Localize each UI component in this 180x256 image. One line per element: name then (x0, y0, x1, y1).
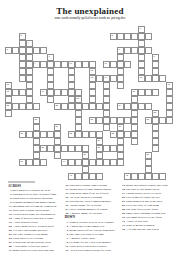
grid-cell[interactable] (96, 131, 103, 138)
grid-cell[interactable] (138, 40, 145, 47)
grid-cell[interactable] (40, 61, 47, 68)
grid-cell[interactable] (26, 82, 33, 89)
grid-blank (89, 138, 96, 145)
grid-cell[interactable] (152, 89, 159, 96)
grid-cell[interactable] (152, 131, 159, 138)
grid-cell[interactable]: 12 (89, 68, 96, 75)
grid-cell[interactable]: 37 (82, 152, 89, 159)
grid-cell[interactable] (47, 61, 54, 68)
grid-blank (82, 110, 89, 117)
grid-blank (124, 40, 131, 47)
grid-cell[interactable] (40, 159, 47, 166)
grid-cell[interactable] (159, 173, 166, 180)
grid-cell[interactable] (12, 103, 19, 110)
grid-cell[interactable] (96, 103, 103, 110)
grid-cell[interactable]: 38 (145, 152, 152, 159)
grid-cell[interactable] (131, 96, 138, 103)
grid-blank (124, 145, 131, 152)
grid-cell[interactable] (89, 103, 96, 110)
grid-blank (138, 110, 145, 117)
grid-blank (5, 166, 12, 173)
cell-number: 33 (112, 132, 114, 134)
grid-cell[interactable] (124, 117, 131, 124)
grid-cell[interactable] (152, 138, 159, 145)
grid-cell[interactable] (47, 96, 54, 103)
grid-cell[interactable] (117, 54, 124, 61)
grid-cell[interactable] (54, 61, 61, 68)
grid-cell[interactable]: 31 (19, 131, 26, 138)
grid-cell[interactable] (124, 131, 131, 138)
grid-cell[interactable]: 28 (145, 117, 152, 124)
grid-cell[interactable] (75, 124, 82, 131)
grid-cell[interactable] (82, 145, 89, 152)
grid-cell[interactable] (47, 131, 54, 138)
grid-cell[interactable] (89, 159, 96, 166)
grid-blank (40, 152, 47, 159)
grid-blank (12, 61, 19, 68)
grid-cell[interactable]: 13 (89, 75, 96, 82)
grid-cell[interactable] (47, 75, 54, 82)
grid-cell[interactable] (159, 75, 166, 82)
grid-cell[interactable] (26, 159, 33, 166)
grid-cell[interactable] (145, 159, 152, 166)
grid-cell[interactable] (159, 117, 166, 124)
grid-blank (159, 61, 166, 68)
clue-text: A ghostly image of a person (69, 212, 115, 216)
grid-blank (89, 110, 96, 117)
grid-blank (40, 68, 47, 75)
grid-cell[interactable]: 40 (61, 159, 68, 166)
grid-cell[interactable] (33, 145, 40, 152)
grid-cell[interactable] (75, 61, 82, 68)
grid-blank (12, 75, 19, 82)
grid-cell[interactable]: 6 (117, 47, 124, 54)
grid-cell[interactable] (117, 82, 124, 89)
grid-cell[interactable]: 24 (117, 103, 124, 110)
grid-cell[interactable] (40, 47, 47, 54)
grid-cell[interactable]: 18 (5, 89, 12, 96)
grid-cell[interactable] (68, 145, 75, 152)
grid-cell[interactable] (103, 145, 110, 152)
grid-cell[interactable] (26, 68, 33, 75)
grid-blank (61, 124, 68, 131)
grid-cell[interactable] (75, 103, 82, 110)
grid-cell[interactable] (40, 131, 47, 138)
grid-blank (47, 47, 54, 54)
grid-cell[interactable] (131, 131, 138, 138)
grid-cell[interactable] (145, 89, 152, 96)
grid-cell[interactable] (145, 47, 152, 54)
grid-blank (138, 131, 145, 138)
grid-cell[interactable] (138, 47, 145, 54)
grid-cell[interactable] (96, 75, 103, 82)
grid-blank (33, 26, 40, 33)
grid-cell[interactable] (138, 68, 145, 75)
grid-blank (152, 103, 159, 110)
grid-cell[interactable] (117, 152, 124, 159)
grid-cell[interactable] (145, 166, 152, 173)
grid-blank (47, 110, 54, 117)
grid-blank (12, 166, 19, 173)
grid-cell[interactable] (152, 173, 159, 180)
grid-cell[interactable] (19, 40, 26, 47)
grid-blank (131, 26, 138, 33)
grid-blank (82, 33, 89, 40)
grid-cell[interactable] (47, 68, 54, 75)
grid-cell[interactable] (131, 103, 138, 110)
grid-cell[interactable] (68, 82, 75, 89)
grid-cell[interactable] (33, 124, 40, 131)
grid-blank (166, 152, 173, 159)
grid-cell[interactable] (89, 96, 96, 103)
grid-blank (103, 54, 110, 61)
grid-cell[interactable]: 30 (117, 124, 124, 131)
grid-blank (33, 54, 40, 61)
grid-cell[interactable] (82, 103, 89, 110)
grid-cell[interactable] (103, 89, 110, 96)
grid-cell[interactable]: 36 (96, 145, 103, 152)
grid-blank (166, 145, 173, 152)
grid-cell[interactable] (166, 89, 173, 96)
grid-cell[interactable] (75, 89, 82, 96)
grid-cell[interactable]: 19 (40, 89, 47, 96)
grid-cell[interactable] (117, 68, 124, 75)
grid-cell[interactable] (12, 47, 19, 54)
grid-cell[interactable] (103, 103, 110, 110)
grid-blank (47, 33, 54, 40)
cell-number: 42 (126, 174, 128, 176)
grid-cell[interactable]: 25 (152, 110, 159, 117)
grid-cell[interactable] (47, 89, 54, 96)
grid-cell[interactable] (152, 61, 159, 68)
grid-cell[interactable] (33, 103, 40, 110)
grid-blank (124, 68, 131, 75)
grid-cell[interactable] (33, 152, 40, 159)
grid-cell[interactable] (33, 47, 40, 54)
grid-cell[interactable] (166, 103, 173, 110)
grid-blank (110, 103, 117, 110)
grid-blank (5, 26, 12, 33)
grid-blank (5, 131, 12, 138)
grid-blank (82, 82, 89, 89)
grid-cell[interactable]: 2 (19, 33, 26, 40)
grid-cell[interactable] (61, 145, 68, 152)
grid-cell[interactable] (131, 173, 138, 180)
grid-cell[interactable]: 41 (68, 173, 75, 180)
grid-cell[interactable] (19, 47, 26, 54)
grid-cell[interactable] (103, 82, 110, 89)
grid-cell[interactable] (54, 131, 61, 138)
grid-cell[interactable] (75, 173, 82, 180)
grid-cell[interactable] (124, 47, 131, 54)
grid-blank (19, 124, 26, 131)
grid-cell[interactable] (75, 145, 82, 152)
grid-cell[interactable] (103, 96, 110, 103)
grid-cell[interactable] (138, 173, 145, 180)
grid-cell[interactable]: 3 (110, 33, 117, 40)
grid-blank (61, 117, 68, 124)
grid-cell[interactable] (124, 61, 131, 68)
grid-cell[interactable] (68, 89, 75, 96)
grid-cell[interactable]: 29 (54, 124, 61, 131)
grid-cell[interactable] (75, 131, 82, 138)
grid-cell[interactable] (26, 131, 33, 138)
grid-cell[interactable] (68, 103, 75, 110)
cell-number: 16 (7, 83, 9, 85)
grid-cell[interactable] (166, 96, 173, 103)
grid-cell[interactable]: 34 (96, 138, 103, 145)
grid-cell[interactable] (89, 82, 96, 89)
grid-cell[interactable] (96, 159, 103, 166)
grid-cell[interactable] (26, 54, 33, 61)
grid-blank (124, 138, 131, 145)
grid-cell[interactable] (152, 75, 159, 82)
grid-cell[interactable] (131, 124, 138, 131)
grid-cell[interactable] (26, 89, 33, 96)
grid-cell[interactable] (54, 89, 61, 96)
grid-cell[interactable] (110, 75, 117, 82)
grid-cell[interactable] (26, 61, 33, 68)
grid-blank (61, 40, 68, 47)
grid-blank (131, 145, 138, 152)
grid-cell[interactable]: 11 (103, 61, 110, 68)
grid-blank (89, 54, 96, 61)
grid-cell[interactable] (138, 89, 145, 96)
grid-cell[interactable]: 16 (5, 82, 12, 89)
grid-blank (5, 61, 12, 68)
grid-cell[interactable] (33, 159, 40, 166)
grid-cell[interactable] (131, 138, 138, 145)
grid-cell[interactable] (117, 138, 124, 145)
grid-cell[interactable]: 17 (166, 82, 173, 89)
grid-cell[interactable] (110, 145, 117, 152)
grid-cell[interactable]: 4 (26, 40, 33, 47)
grid-cell[interactable] (33, 138, 40, 145)
grid-cell[interactable] (103, 110, 110, 117)
grid-cell[interactable] (19, 54, 26, 61)
grid-cell[interactable] (68, 75, 75, 82)
grid-cell[interactable] (103, 117, 110, 124)
grid-blank (89, 40, 96, 47)
grid-cell[interactable] (26, 103, 33, 110)
grid-cell[interactable] (103, 124, 110, 131)
grid-cell[interactable] (19, 61, 26, 68)
grid-cell[interactable]: 20 (131, 89, 138, 96)
grid-blank (33, 110, 40, 117)
grid-blank (61, 82, 68, 89)
grid-cell[interactable] (89, 89, 96, 96)
grid-cell[interactable]: 5 (5, 47, 12, 54)
grid-cell[interactable] (138, 103, 145, 110)
grid-cell[interactable]: 35 (40, 145, 47, 152)
grid-cell[interactable] (5, 110, 12, 117)
grid-cell[interactable] (5, 96, 12, 103)
grid-cell[interactable] (26, 96, 33, 103)
grid-blank (47, 166, 54, 173)
grid-blank (19, 82, 26, 89)
grid-cell[interactable] (26, 75, 33, 82)
clue-number: 31 (8, 249, 12, 253)
grid-cell[interactable] (47, 145, 54, 152)
grid-cell[interactable] (110, 117, 117, 124)
grid-cell[interactable] (54, 145, 61, 152)
grid-cell[interactable]: 26 (33, 117, 40, 124)
grid-cell[interactable] (61, 103, 68, 110)
grid-cell[interactable] (82, 131, 89, 138)
grid-cell[interactable] (61, 89, 68, 96)
grid-blank (110, 110, 117, 117)
grid-blank (19, 138, 26, 145)
grid-blank (47, 138, 54, 145)
grid-cell[interactable] (75, 117, 82, 124)
grid-blank (26, 110, 33, 117)
grid-blank (117, 89, 124, 96)
grid-cell[interactable] (19, 68, 26, 75)
grid-blank (138, 117, 145, 124)
grid-blank (96, 33, 103, 40)
grid-cell[interactable]: 21 (75, 96, 82, 103)
grid-blank (138, 96, 145, 103)
grid-cell[interactable] (82, 173, 89, 180)
cell-number: 12 (91, 69, 93, 71)
grid-blank (40, 82, 47, 89)
grid-cell[interactable] (117, 33, 124, 40)
grid-cell[interactable] (117, 131, 124, 138)
grid-cell[interactable] (12, 89, 19, 96)
grid-cell[interactable] (96, 117, 103, 124)
grid-cell[interactable] (145, 33, 152, 40)
grid-blank (54, 47, 61, 54)
grid-cell[interactable]: 33 (110, 131, 117, 138)
grid-cell[interactable] (89, 173, 96, 180)
grid-cell[interactable] (145, 103, 152, 110)
grid-cell[interactable] (138, 61, 145, 68)
grid-cell[interactable] (33, 131, 40, 138)
grid-cell[interactable] (54, 152, 61, 159)
grid-blank (68, 26, 75, 33)
grid-cell[interactable] (117, 117, 124, 124)
grid-cell[interactable] (68, 68, 75, 75)
grid-cell[interactable] (131, 117, 138, 124)
grid-cell[interactable]: 8 (152, 54, 159, 61)
grid-cell[interactable] (19, 103, 26, 110)
grid-cell[interactable] (47, 82, 54, 89)
grid-cell[interactable]: 15 (138, 75, 145, 82)
grid-blank (54, 26, 61, 33)
grid-blank (96, 54, 103, 61)
grid-blank (145, 110, 152, 117)
grid-blank (96, 124, 103, 131)
cell-number: 4 (28, 41, 29, 43)
grid-cell[interactable] (110, 159, 117, 166)
grid-cell[interactable] (75, 110, 82, 117)
grid-cell[interactable]: 1 (138, 26, 145, 33)
grid-blank (124, 54, 131, 61)
grid-cell[interactable] (82, 159, 89, 166)
grid-blank (61, 47, 68, 54)
grid-blank (54, 82, 61, 89)
grid-cell[interactable] (82, 166, 89, 173)
grid-cell[interactable] (131, 110, 138, 117)
grid-cell[interactable] (75, 159, 82, 166)
grid-cell[interactable] (54, 138, 61, 145)
grid-blank (47, 173, 54, 180)
grid-cell[interactable] (117, 159, 124, 166)
grid-cell[interactable] (152, 68, 159, 75)
grid-cell[interactable] (138, 54, 145, 61)
grid-cell[interactable] (19, 75, 26, 82)
grid-blank (166, 47, 173, 54)
grid-cell[interactable]: 9 (33, 61, 40, 68)
grid-blank (145, 61, 152, 68)
grid-cell[interactable] (138, 33, 145, 40)
grid-blank (152, 82, 159, 89)
grid-cell[interactable] (124, 33, 131, 40)
grid-cell[interactable] (26, 47, 33, 54)
grid-cell[interactable] (152, 124, 159, 131)
grid-cell[interactable] (110, 61, 117, 68)
grid-cell[interactable] (68, 159, 75, 166)
grid-blank (54, 96, 61, 103)
grid-cell[interactable] (152, 145, 159, 152)
grid-cell[interactable] (89, 131, 96, 138)
grid-cell[interactable]: 39 (19, 159, 26, 166)
grid-cell[interactable]: 27 (89, 117, 96, 124)
grid-blank (61, 33, 68, 40)
cell-number: 38 (147, 153, 149, 155)
grid-cell[interactable] (124, 103, 131, 110)
grid-cell[interactable] (166, 117, 173, 124)
grid-cell[interactable] (68, 96, 75, 103)
grid-cell[interactable]: 22 (5, 103, 12, 110)
grid-cell[interactable]: 23 (54, 103, 61, 110)
grid-cell[interactable]: 14 (103, 75, 110, 82)
grid-cell[interactable] (145, 75, 152, 82)
grid-cell[interactable] (96, 173, 103, 180)
grid-blank (68, 166, 75, 173)
grid-cell[interactable] (131, 47, 138, 54)
grid-blank (47, 40, 54, 47)
grid-cell[interactable]: 42 (124, 173, 131, 180)
grid-cell[interactable] (166, 110, 173, 117)
grid-blank (110, 82, 117, 89)
grid-cell[interactable] (145, 173, 152, 180)
grid-cell[interactable] (96, 152, 103, 159)
grid-blank (47, 152, 54, 159)
grid-cell[interactable]: 7 (47, 54, 54, 61)
grid-blank (33, 173, 40, 180)
grid-blank (54, 166, 61, 173)
grid-cell[interactable] (103, 159, 110, 166)
grid-blank (138, 138, 145, 145)
grid-cell[interactable] (89, 61, 96, 68)
grid-blank (61, 68, 68, 75)
grid-cell[interactable] (117, 61, 124, 68)
grid-cell[interactable] (82, 61, 89, 68)
grid-blank (110, 40, 117, 47)
grid-cell[interactable]: 32 (68, 131, 75, 138)
cell-number: 34 (98, 139, 100, 141)
grid-cell[interactable] (117, 145, 124, 152)
cell-number: 41 (70, 174, 72, 176)
grid-cell[interactable] (152, 117, 159, 124)
grid-cell[interactable] (19, 89, 26, 96)
grid-cell[interactable] (117, 75, 124, 82)
grid-cell[interactable] (131, 33, 138, 40)
grid-blank (145, 96, 152, 103)
grid-cell[interactable]: 10 (68, 61, 75, 68)
grid-cell[interactable] (61, 61, 68, 68)
